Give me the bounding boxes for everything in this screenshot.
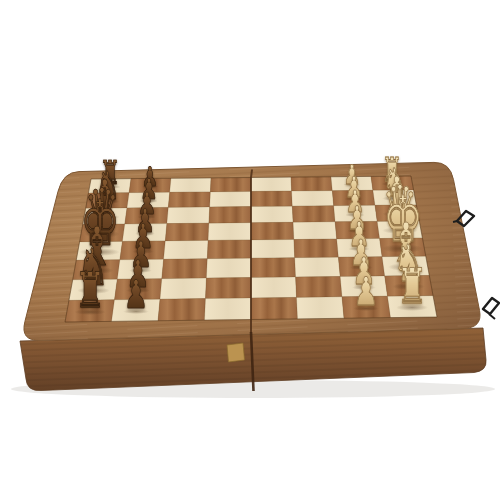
dark-square xyxy=(251,297,298,319)
dark-square xyxy=(296,277,342,298)
dark-square xyxy=(335,221,380,239)
light-square xyxy=(251,240,295,259)
light-square xyxy=(112,299,161,321)
light-square xyxy=(88,179,131,194)
fold-seam xyxy=(251,170,252,333)
dark-square xyxy=(125,207,169,224)
dark-square xyxy=(371,176,414,190)
light-square xyxy=(331,176,373,190)
light-square xyxy=(76,241,122,260)
light-square xyxy=(297,297,345,319)
dark-square xyxy=(385,275,433,296)
light-square xyxy=(334,205,378,222)
light-square xyxy=(206,258,251,278)
dark-square xyxy=(73,260,120,280)
dark-square xyxy=(251,191,292,207)
light-square xyxy=(251,277,297,298)
dark-square xyxy=(251,222,294,240)
dark-square xyxy=(129,178,171,192)
light-square xyxy=(205,298,252,320)
dark-square xyxy=(162,259,208,279)
dark-square xyxy=(120,241,165,260)
dark-square xyxy=(206,278,252,299)
light-square xyxy=(251,177,292,191)
product-photo: ♜♟♟♜♞♟♟♞♝♟♟♝♛♟♟♛♚♟♟♚♝♟♟♝♞♟♟♞♜♟♟♜ xyxy=(0,0,500,500)
dark-square xyxy=(65,300,115,322)
latch-clasp-lower-icon xyxy=(483,298,499,319)
dark-square xyxy=(168,192,210,208)
light-square xyxy=(337,239,382,258)
dark-square xyxy=(165,223,209,241)
light-square xyxy=(83,208,127,225)
light-square xyxy=(167,207,210,224)
light-square xyxy=(122,224,166,242)
dark-square xyxy=(209,207,251,224)
light-square xyxy=(164,240,209,259)
dark-square xyxy=(375,205,419,222)
dark-square xyxy=(338,257,384,277)
dark-square xyxy=(342,296,391,318)
dark-square xyxy=(86,193,129,209)
dark-square xyxy=(332,190,375,205)
dark-square xyxy=(115,279,162,300)
dark-square xyxy=(291,177,332,191)
light-square xyxy=(340,276,387,297)
brass-hinge xyxy=(227,343,245,362)
chess-case xyxy=(0,0,500,500)
light-square xyxy=(295,257,341,277)
light-square xyxy=(377,221,422,239)
light-square xyxy=(208,223,251,241)
light-square xyxy=(293,222,337,240)
light-square xyxy=(292,191,334,207)
dark-square xyxy=(380,238,426,257)
light-square xyxy=(170,178,211,192)
light-square xyxy=(160,278,206,299)
dark-square xyxy=(210,178,251,192)
light-square xyxy=(69,279,117,300)
dark-square xyxy=(207,240,251,259)
dark-square xyxy=(294,239,339,258)
light-square xyxy=(373,190,416,205)
dark-square xyxy=(158,299,206,321)
light-square xyxy=(127,192,170,208)
dark-square xyxy=(80,224,125,242)
dark-square xyxy=(251,258,296,278)
light-square xyxy=(210,192,251,208)
dark-square xyxy=(292,206,335,223)
light-square xyxy=(382,256,429,276)
light-square xyxy=(251,206,293,223)
light-square xyxy=(117,259,163,279)
light-square xyxy=(388,296,438,318)
